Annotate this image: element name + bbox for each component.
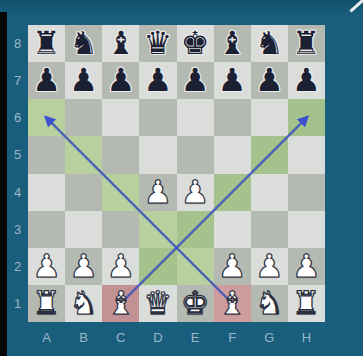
piece-black-pawn-d7[interactable]: ♟ [139,62,176,99]
square-h6[interactable] [288,99,325,136]
piece-white-pawn-g2[interactable]: ♟ [251,248,288,285]
piece-black-pawn-g7[interactable]: ♟ [251,62,288,99]
rank-label-4: 4 [7,174,28,211]
square-d5[interactable] [139,136,176,173]
square-a6[interactable] [28,99,65,136]
piece-white-pawn-a2[interactable]: ♟ [28,248,65,285]
square-d6[interactable] [139,99,176,136]
file-label-a: A [28,322,65,352]
file-label-f: F [214,322,251,352]
piece-black-rook-h8[interactable]: ♜ [288,25,325,62]
square-d3[interactable] [139,211,176,248]
square-h5[interactable] [288,136,325,173]
square-c4[interactable] [102,174,139,211]
piece-black-pawn-e7[interactable]: ♟ [177,62,214,99]
square-h3[interactable] [288,211,325,248]
rank-label-6: 6 [7,99,28,136]
square-c6[interactable] [102,99,139,136]
square-g4[interactable] [251,174,288,211]
piece-white-pawn-e4[interactable]: ♟ [177,174,214,211]
rank-labels: 87654321 [7,25,28,322]
square-f3[interactable] [214,211,251,248]
square-f6[interactable] [214,99,251,136]
square-f4[interactable] [214,174,251,211]
rank-label-8: 8 [7,25,28,62]
chess-app-window: 87654321 ♜♞♝♛♚♝♞♜♟♟♟♟♟♟♟♟♟♟♟♟♟♟♟♟♜♞♝♛♚♝♞… [0,0,363,356]
piece-white-rook-a1[interactable]: ♜ [28,285,65,322]
piece-white-rook-h1[interactable]: ♜ [288,285,325,322]
mouse-cursor-sliver [349,0,363,12]
square-e2[interactable] [177,248,214,285]
file-label-g: G [251,322,288,352]
piece-white-king-e1[interactable]: ♚ [177,285,214,322]
file-label-h: H [288,322,325,352]
piece-white-bishop-f1[interactable]: ♝ [214,285,251,322]
square-d2[interactable] [139,248,176,285]
square-h4[interactable] [288,174,325,211]
square-g5[interactable] [251,136,288,173]
file-labels: ABCDEFGH [28,322,325,352]
piece-white-pawn-h2[interactable]: ♟ [288,248,325,285]
square-g3[interactable] [251,211,288,248]
rank-label-5: 5 [7,136,28,173]
square-f5[interactable] [214,136,251,173]
square-c5[interactable] [102,136,139,173]
file-label-d: D [139,322,176,352]
piece-black-pawn-f7[interactable]: ♟ [214,62,251,99]
piece-black-queen-d8[interactable]: ♛ [139,25,176,62]
square-a5[interactable] [28,136,65,173]
file-label-b: B [65,322,102,352]
rank-label-1: 1 [7,285,28,322]
square-g6[interactable] [251,99,288,136]
piece-black-rook-a8[interactable]: ♜ [28,25,65,62]
piece-black-pawn-c7[interactable]: ♟ [102,62,139,99]
file-label-e: E [177,322,214,352]
square-b6[interactable] [65,99,102,136]
piece-white-pawn-f2[interactable]: ♟ [214,248,251,285]
rank-label-7: 7 [7,62,28,99]
square-a4[interactable] [28,174,65,211]
piece-white-knight-g1[interactable]: ♞ [251,285,288,322]
square-e3[interactable] [177,211,214,248]
square-a3[interactable] [28,211,65,248]
square-b5[interactable] [65,136,102,173]
piece-black-knight-b8[interactable]: ♞ [65,25,102,62]
piece-white-pawn-b2[interactable]: ♟ [65,248,102,285]
piece-black-bishop-c8[interactable]: ♝ [102,25,139,62]
square-e6[interactable] [177,99,214,136]
piece-white-pawn-d4[interactable]: ♟ [139,174,176,211]
piece-black-pawn-h7[interactable]: ♟ [288,62,325,99]
piece-white-knight-b1[interactable]: ♞ [65,285,102,322]
rank-label-2: 2 [7,248,28,285]
piece-black-pawn-a7[interactable]: ♟ [28,62,65,99]
rank-label-3: 3 [7,211,28,248]
square-b4[interactable] [65,174,102,211]
square-e5[interactable] [177,136,214,173]
piece-black-king-e8[interactable]: ♚ [177,25,214,62]
piece-white-bishop-c1[interactable]: ♝ [102,285,139,322]
piece-black-pawn-b7[interactable]: ♟ [65,62,102,99]
square-c3[interactable] [102,211,139,248]
piece-black-knight-g8[interactable]: ♞ [251,25,288,62]
piece-black-bishop-f8[interactable]: ♝ [214,25,251,62]
square-b3[interactable] [65,211,102,248]
screen-edge-strip [0,12,7,356]
file-label-c: C [102,322,139,352]
piece-white-queen-d1[interactable]: ♛ [139,285,176,322]
piece-white-pawn-c2[interactable]: ♟ [102,248,139,285]
